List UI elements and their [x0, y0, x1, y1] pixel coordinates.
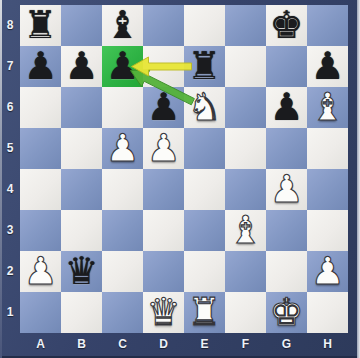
square-g4[interactable]: ♟	[266, 169, 307, 210]
square-d4[interactable]	[143, 169, 184, 210]
square-f4[interactable]	[225, 169, 266, 210]
square-c2[interactable]	[102, 251, 143, 292]
rank-label-2: 2	[0, 251, 20, 292]
square-b4[interactable]	[61, 169, 102, 210]
file-label-H: H	[307, 334, 348, 356]
rank-label-7: 7	[0, 46, 20, 87]
square-c7[interactable]: ♟	[102, 46, 143, 87]
square-g2[interactable]	[266, 251, 307, 292]
square-b7[interactable]: ♟	[61, 46, 102, 87]
square-f1[interactable]	[225, 292, 266, 333]
square-f8[interactable]	[225, 5, 266, 46]
square-h2[interactable]: ♟	[307, 251, 348, 292]
square-d2[interactable]	[143, 251, 184, 292]
square-a6[interactable]	[20, 87, 61, 128]
square-e4[interactable]	[184, 169, 225, 210]
square-g5[interactable]	[266, 128, 307, 169]
piece-black-king-g8[interactable]: ♚	[269, 5, 303, 46]
piece-white-bishop-f3[interactable]: ♝	[228, 210, 262, 251]
square-f5[interactable]	[225, 128, 266, 169]
file-label-A: A	[20, 334, 61, 356]
square-e8[interactable]	[184, 5, 225, 46]
square-f7[interactable]	[225, 46, 266, 87]
rank-label-6: 6	[0, 87, 20, 128]
square-g6[interactable]: ♟	[266, 87, 307, 128]
square-c1[interactable]	[102, 292, 143, 333]
square-d7[interactable]	[143, 46, 184, 87]
piece-black-queen-b2[interactable]: ♛	[64, 251, 98, 292]
square-e2[interactable]	[184, 251, 225, 292]
square-a2[interactable]: ♟	[20, 251, 61, 292]
square-a4[interactable]	[20, 169, 61, 210]
piece-black-pawn-h7[interactable]: ♟	[310, 46, 344, 87]
square-b8[interactable]	[61, 5, 102, 46]
square-d8[interactable]	[143, 5, 184, 46]
piece-white-rook-e1[interactable]: ♜	[187, 292, 221, 333]
piece-white-pawn-g4[interactable]: ♟	[269, 169, 303, 210]
square-h7[interactable]: ♟	[307, 46, 348, 87]
file-label-F: F	[225, 334, 266, 356]
square-d1[interactable]: ♛	[143, 292, 184, 333]
piece-white-king-g1[interactable]: ♚	[269, 292, 303, 333]
rank-label-8: 8	[0, 5, 20, 46]
square-h6[interactable]: ♝	[307, 87, 348, 128]
square-e7[interactable]: ♜	[184, 46, 225, 87]
square-h8[interactable]	[307, 5, 348, 46]
square-b5[interactable]	[61, 128, 102, 169]
square-a3[interactable]	[20, 210, 61, 251]
chess-board[interactable]: ♜♝♚♟♟♟♜♟♟♞♟♝♟♟♟♝♟♛♟♛♜♚	[20, 5, 348, 333]
rank-label-5: 5	[0, 128, 20, 169]
square-f2[interactable]	[225, 251, 266, 292]
file-label-E: E	[184, 334, 225, 356]
piece-black-bishop-c8[interactable]: ♝	[105, 5, 139, 46]
piece-black-pawn-b7[interactable]: ♟	[64, 46, 98, 87]
square-c3[interactable]	[102, 210, 143, 251]
square-b1[interactable]	[61, 292, 102, 333]
file-label-C: C	[102, 334, 143, 356]
square-a7[interactable]: ♟	[20, 46, 61, 87]
square-e1[interactable]: ♜	[184, 292, 225, 333]
chess-app: 87654321 ABCDEFGH ♜♝♚♟♟♟♜♟♟♞♟♝♟♟♟♝♟♛♟♛♜♚	[0, 0, 360, 358]
square-d5[interactable]: ♟	[143, 128, 184, 169]
square-f6[interactable]	[225, 87, 266, 128]
square-c8[interactable]: ♝	[102, 5, 143, 46]
piece-white-queen-d1[interactable]: ♛	[146, 292, 180, 333]
piece-white-pawn-h2[interactable]: ♟	[310, 251, 344, 292]
rank-label-4: 4	[0, 169, 20, 210]
piece-black-rook-e7[interactable]: ♜	[187, 46, 221, 87]
file-label-G: G	[266, 334, 307, 356]
square-a5[interactable]	[20, 128, 61, 169]
square-h3[interactable]	[307, 210, 348, 251]
piece-white-knight-e6[interactable]: ♞	[187, 87, 221, 128]
file-label-D: D	[143, 334, 184, 356]
square-b6[interactable]	[61, 87, 102, 128]
square-g8[interactable]: ♚	[266, 5, 307, 46]
square-c5[interactable]: ♟	[102, 128, 143, 169]
square-c4[interactable]	[102, 169, 143, 210]
piece-black-rook-a8[interactable]: ♜	[23, 5, 57, 46]
square-d6[interactable]: ♟	[143, 87, 184, 128]
square-h5[interactable]	[307, 128, 348, 169]
square-g1[interactable]: ♚	[266, 292, 307, 333]
piece-white-pawn-d5[interactable]: ♟	[146, 128, 180, 169]
square-b3[interactable]	[61, 210, 102, 251]
square-a8[interactable]: ♜	[20, 5, 61, 46]
square-f3[interactable]: ♝	[225, 210, 266, 251]
piece-black-pawn-g6[interactable]: ♟	[269, 87, 303, 128]
square-h4[interactable]	[307, 169, 348, 210]
square-d3[interactable]	[143, 210, 184, 251]
rank-label-1: 1	[0, 292, 20, 333]
piece-white-bishop-h6[interactable]: ♝	[310, 87, 344, 128]
piece-black-pawn-d6[interactable]: ♟	[146, 87, 180, 128]
square-c6[interactable]	[102, 87, 143, 128]
piece-white-pawn-a2[interactable]: ♟	[23, 251, 57, 292]
file-label-B: B	[61, 334, 102, 356]
square-g7[interactable]	[266, 46, 307, 87]
piece-white-pawn-c5[interactable]: ♟	[105, 128, 139, 169]
square-a1[interactable]	[20, 292, 61, 333]
square-h1[interactable]	[307, 292, 348, 333]
square-e5[interactable]	[184, 128, 225, 169]
square-b2[interactable]: ♛	[61, 251, 102, 292]
square-e6[interactable]: ♞	[184, 87, 225, 128]
piece-black-pawn-c7[interactable]: ♟	[105, 46, 139, 87]
square-g3[interactable]	[266, 210, 307, 251]
rank-label-3: 3	[0, 210, 20, 251]
square-e3[interactable]	[184, 210, 225, 251]
piece-black-pawn-a7[interactable]: ♟	[23, 46, 57, 87]
